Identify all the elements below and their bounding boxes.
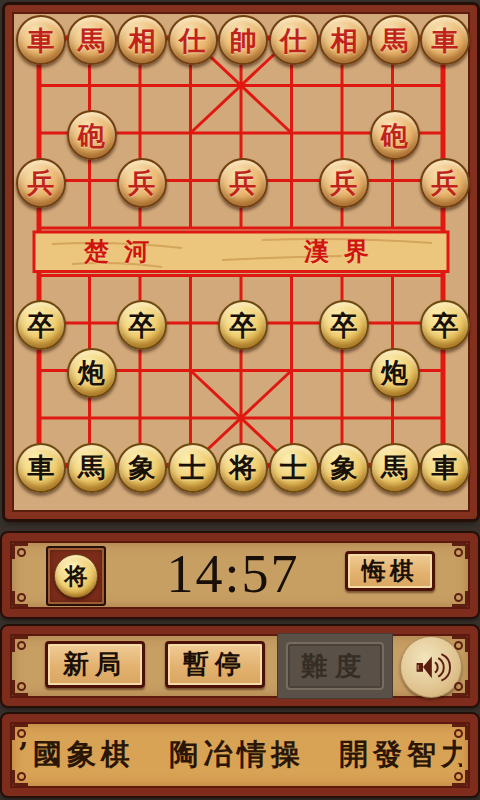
piece-red-相[interactable]: 相: [117, 15, 167, 65]
turn-indicator: 将: [46, 546, 106, 606]
piece-red-馬[interactable]: 馬: [67, 15, 117, 65]
game-clock: 14:57: [128, 543, 338, 605]
piece-black-象[interactable]: 象: [117, 443, 167, 493]
piece-red-仕[interactable]: 仕: [269, 15, 319, 65]
piece-black-卒[interactable]: 卒: [218, 300, 268, 350]
board-inner: 楚河 漢界 車馬相仕帥仕相馬車砲砲兵兵兵兵兵卒卒卒卒卒炮炮車馬象士将士象馬車: [12, 12, 470, 512]
speaker-icon: [407, 643, 455, 691]
corner-ornament: [12, 636, 28, 652]
corner-ornament: [12, 543, 28, 559]
piece-layer: 車馬相仕帥仕相馬車砲砲兵兵兵兵兵卒卒卒卒卒炮炮車馬象士将士象馬車: [12, 12, 470, 512]
corner-ornament: [12, 591, 28, 607]
piece-red-兵[interactable]: 兵: [117, 158, 167, 208]
piece-red-車[interactable]: 車: [420, 15, 470, 65]
piece-black-車[interactable]: 車: [420, 443, 470, 493]
xiangqi-app: 楚河 漢界 車馬相仕帥仕相馬車砲砲兵兵兵兵兵卒卒卒卒卒炮炮車馬象士将士象馬車 将…: [0, 0, 480, 800]
piece-black-卒[interactable]: 卒: [319, 300, 369, 350]
piece-red-仕[interactable]: 仕: [168, 15, 218, 65]
pause-button[interactable]: 暫停: [165, 641, 265, 688]
piece-black-士[interactable]: 士: [269, 443, 319, 493]
piece-red-相[interactable]: 相: [319, 15, 369, 65]
piece-red-兵[interactable]: 兵: [218, 158, 268, 208]
piece-black-車[interactable]: 車: [16, 443, 66, 493]
difficulty-wrap: 難度: [278, 634, 392, 698]
piece-black-将[interactable]: 将: [218, 443, 268, 493]
piece-black-象[interactable]: 象: [319, 443, 369, 493]
piece-black-卒[interactable]: 卒: [420, 300, 470, 350]
piece-black-馬[interactable]: 馬: [370, 443, 420, 493]
turn-piece-black-general: 将: [54, 554, 98, 598]
piece-red-兵[interactable]: 兵: [420, 158, 470, 208]
corner-ornament: [12, 680, 28, 696]
status-panel: 将 14:57 悔棋: [2, 533, 478, 617]
piece-red-砲[interactable]: 砲: [370, 110, 420, 160]
board[interactable]: 楚河 漢界 車馬相仕帥仕相馬車砲砲兵兵兵兵兵卒卒卒卒卒炮炮車馬象士将士象馬車: [5, 5, 477, 519]
piece-black-炮[interactable]: 炮: [67, 348, 117, 398]
undo-button[interactable]: 悔棋: [345, 551, 435, 591]
piece-black-卒[interactable]: 卒: [117, 300, 167, 350]
piece-red-兵[interactable]: 兵: [16, 158, 66, 208]
piece-black-士[interactable]: 士: [168, 443, 218, 493]
difficulty-button[interactable]: 難度: [286, 642, 384, 690]
piece-black-馬[interactable]: 馬: [67, 443, 117, 493]
new-game-button[interactable]: 新局: [45, 641, 145, 688]
piece-red-馬[interactable]: 馬: [370, 15, 420, 65]
control-panel: 新局 暫停 難度: [2, 626, 478, 706]
marquee-text: ’國象棋 陶冶情操 開發智力: [18, 722, 462, 788]
corner-ornament: [452, 543, 468, 559]
marquee-banner: ’國象棋 陶冶情操 開發智力: [2, 714, 478, 796]
piece-red-兵[interactable]: 兵: [319, 158, 369, 208]
sound-button[interactable]: [400, 636, 462, 698]
piece-red-砲[interactable]: 砲: [67, 110, 117, 160]
piece-black-炮[interactable]: 炮: [370, 348, 420, 398]
piece-red-車[interactable]: 車: [16, 15, 66, 65]
piece-red-帥[interactable]: 帥: [218, 15, 268, 65]
corner-ornament: [452, 591, 468, 607]
piece-black-卒[interactable]: 卒: [16, 300, 66, 350]
